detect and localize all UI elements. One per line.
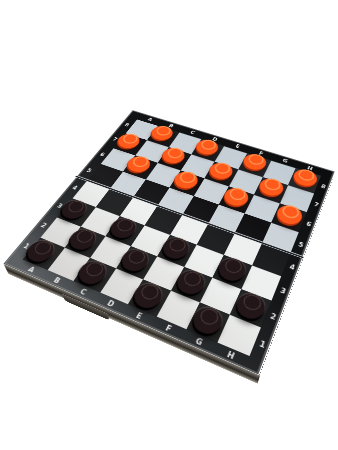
board-grid: ABCDEFGH8●●●●87●●●●76●●●●655443●●●●32●●●… bbox=[5, 111, 334, 373]
board-scene: ABCDEFGH8●●●●87●●●●76●●●●655443●●●●32●●●… bbox=[31, 63, 333, 365]
checkers-board: ABCDEFGH8●●●●87●●●●76●●●●655443●●●●32●●●… bbox=[3, 110, 334, 374]
black-checker[interactable]: ● bbox=[63, 222, 104, 253]
square-d6[interactable]: ● bbox=[169, 171, 204, 196]
photo-canvas: ABCDEFGH8●●●●87●●●●76●●●●655443●●●●32●●●… bbox=[0, 0, 338, 450]
red-checker[interactable]: ● bbox=[219, 182, 255, 209]
